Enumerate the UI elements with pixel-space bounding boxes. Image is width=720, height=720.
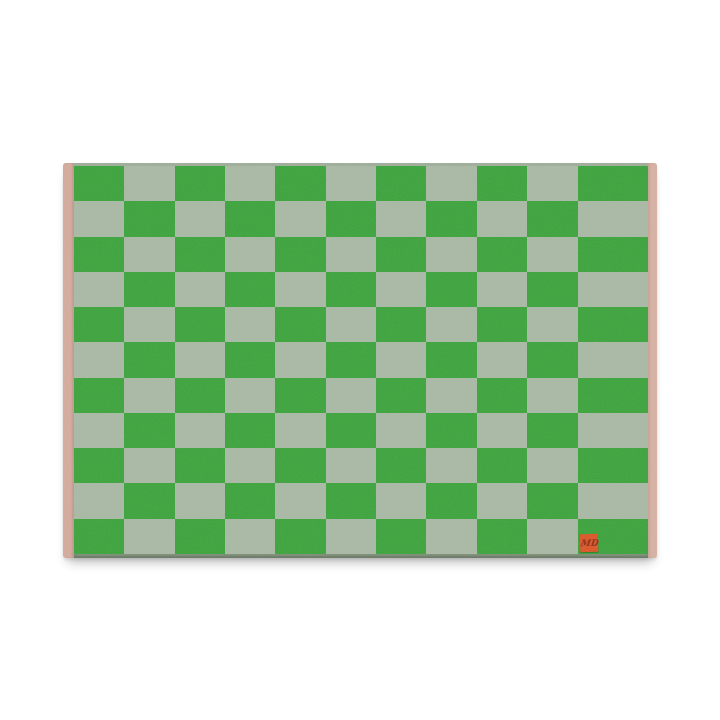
board-cell-r4c5 xyxy=(275,272,325,307)
board-cell-r2c5 xyxy=(275,201,325,236)
board-cell-r11c3 xyxy=(175,519,225,554)
board-cell-r2c8 xyxy=(426,201,476,236)
board-cell-r8c3 xyxy=(175,413,225,448)
board-cell-r9c8 xyxy=(426,448,476,483)
board-cell-r1c9 xyxy=(477,166,527,201)
board-cell-r4c1 xyxy=(74,272,124,307)
board-cell-r9c10 xyxy=(527,448,577,483)
board-cell-r10c2 xyxy=(124,483,174,518)
board-cell-r7c4 xyxy=(225,378,275,413)
board-cell-r2c2 xyxy=(124,201,174,236)
board-cell-r4c11 xyxy=(578,272,649,307)
board-cell-r10c9 xyxy=(477,483,527,518)
board-cell-r4c3 xyxy=(175,272,225,307)
board-cell-r1c1 xyxy=(74,166,124,201)
board-cell-r7c6 xyxy=(326,378,376,413)
board-cell-r2c4 xyxy=(225,201,275,236)
board-cell-r8c9 xyxy=(477,413,527,448)
board-cell-r3c4 xyxy=(225,237,275,272)
board-cell-r2c6 xyxy=(326,201,376,236)
board-cell-r10c7 xyxy=(376,483,426,518)
board-cell-r8c10 xyxy=(527,413,577,448)
board-cell-r5c8 xyxy=(426,307,476,342)
board-cell-r1c4 xyxy=(225,166,275,201)
board-cell-r11c10 xyxy=(527,519,577,554)
board-cell-r6c9 xyxy=(477,342,527,377)
board-cell-r5c9 xyxy=(477,307,527,342)
board-cell-r6c1 xyxy=(74,342,124,377)
board-cell-r3c10 xyxy=(527,237,577,272)
board-cell-r2c3 xyxy=(175,201,225,236)
board-cell-r11c6 xyxy=(326,519,376,554)
board-cell-r7c10 xyxy=(527,378,577,413)
towel-right-selvedge xyxy=(648,163,657,558)
board-cell-r5c5 xyxy=(275,307,325,342)
board-cell-r10c6 xyxy=(326,483,376,518)
board-cell-r9c9 xyxy=(477,448,527,483)
board-cell-r9c6 xyxy=(326,448,376,483)
board-cell-r9c5 xyxy=(275,448,325,483)
board-cell-r6c6 xyxy=(326,342,376,377)
brand-tag: MD xyxy=(580,534,599,553)
board-cell-r8c1 xyxy=(74,413,124,448)
board-cell-r11c7 xyxy=(376,519,426,554)
board-cell-r11c2 xyxy=(124,519,174,554)
checkered-towel: MD xyxy=(63,163,657,558)
board-cell-r10c11 xyxy=(578,483,649,518)
board-cell-r3c3 xyxy=(175,237,225,272)
board-cell-r4c10 xyxy=(527,272,577,307)
board-cell-r6c11 xyxy=(578,342,649,377)
board-cell-r5c11 xyxy=(578,307,649,342)
towel-left-selvedge xyxy=(63,163,74,558)
board-cell-r5c6 xyxy=(326,307,376,342)
board-cell-r11c5 xyxy=(275,519,325,554)
board-cell-r11c4 xyxy=(225,519,275,554)
board-cell-r6c2 xyxy=(124,342,174,377)
board-cell-r2c10 xyxy=(527,201,577,236)
board-cell-r8c7 xyxy=(376,413,426,448)
board-cell-r5c4 xyxy=(225,307,275,342)
product-photo-background: MD xyxy=(0,0,720,720)
board-cell-r9c4 xyxy=(225,448,275,483)
board-cell-r6c7 xyxy=(376,342,426,377)
towel-bottom-hem xyxy=(74,554,648,558)
board-cell-r6c8 xyxy=(426,342,476,377)
board-cell-r10c5 xyxy=(275,483,325,518)
board-cell-r8c4 xyxy=(225,413,275,448)
board-cell-r4c6 xyxy=(326,272,376,307)
checkerboard-area xyxy=(74,163,648,558)
board-cell-r6c5 xyxy=(275,342,325,377)
board-cell-r3c2 xyxy=(124,237,174,272)
board-cell-r1c8 xyxy=(426,166,476,201)
board-cell-r7c3 xyxy=(175,378,225,413)
board-cell-r1c5 xyxy=(275,166,325,201)
board-cell-r7c1 xyxy=(74,378,124,413)
board-cell-r3c9 xyxy=(477,237,527,272)
board-cell-r10c8 xyxy=(426,483,476,518)
board-cell-r9c1 xyxy=(74,448,124,483)
board-cell-r3c11 xyxy=(578,237,649,272)
board-cell-r3c1 xyxy=(74,237,124,272)
board-cell-r10c3 xyxy=(175,483,225,518)
board-cell-r4c8 xyxy=(426,272,476,307)
board-cell-r6c3 xyxy=(175,342,225,377)
board-cell-r4c9 xyxy=(477,272,527,307)
board-cell-r1c6 xyxy=(326,166,376,201)
board-cell-r9c11 xyxy=(578,448,649,483)
board-cell-r5c1 xyxy=(74,307,124,342)
board-cell-r8c6 xyxy=(326,413,376,448)
board-cell-r5c2 xyxy=(124,307,174,342)
board-cell-r10c4 xyxy=(225,483,275,518)
board-cell-r4c7 xyxy=(376,272,426,307)
board-cell-r7c8 xyxy=(426,378,476,413)
board-cell-r2c11 xyxy=(578,201,649,236)
brand-tag-monogram: MD xyxy=(580,538,599,548)
board-cell-r1c7 xyxy=(376,166,426,201)
board-cell-r4c2 xyxy=(124,272,174,307)
board-cell-r11c9 xyxy=(477,519,527,554)
board-cell-r8c11 xyxy=(578,413,649,448)
board-cell-r10c1 xyxy=(74,483,124,518)
board-cell-r2c9 xyxy=(477,201,527,236)
board-cell-r7c5 xyxy=(275,378,325,413)
board-cell-r1c3 xyxy=(175,166,225,201)
board-cell-r7c7 xyxy=(376,378,426,413)
board-cell-r3c7 xyxy=(376,237,426,272)
board-cell-r1c11 xyxy=(578,166,649,201)
board-cell-r8c2 xyxy=(124,413,174,448)
board-cell-r3c5 xyxy=(275,237,325,272)
board-cell-r1c2 xyxy=(124,166,174,201)
board-cell-r3c8 xyxy=(426,237,476,272)
board-cell-r10c10 xyxy=(527,483,577,518)
board-cell-r2c7 xyxy=(376,201,426,236)
board-cell-r7c2 xyxy=(124,378,174,413)
board-cell-r9c2 xyxy=(124,448,174,483)
board-cell-r8c8 xyxy=(426,413,476,448)
board-cell-r5c7 xyxy=(376,307,426,342)
board-cell-r5c3 xyxy=(175,307,225,342)
board-cell-r5c10 xyxy=(527,307,577,342)
board-cell-r3c6 xyxy=(326,237,376,272)
board-cell-r2c1 xyxy=(74,201,124,236)
board-cell-r9c7 xyxy=(376,448,426,483)
board-cell-r11c1 xyxy=(74,519,124,554)
board-cell-r1c10 xyxy=(527,166,577,201)
board-cell-r8c5 xyxy=(275,413,325,448)
board-cell-r7c9 xyxy=(477,378,527,413)
board-cell-r11c8 xyxy=(426,519,476,554)
board-cell-r9c3 xyxy=(175,448,225,483)
board-cell-r6c10 xyxy=(527,342,577,377)
board-cell-r6c4 xyxy=(225,342,275,377)
checkerboard-grid xyxy=(74,166,648,554)
board-cell-r4c4 xyxy=(225,272,275,307)
board-cell-r7c11 xyxy=(578,378,649,413)
